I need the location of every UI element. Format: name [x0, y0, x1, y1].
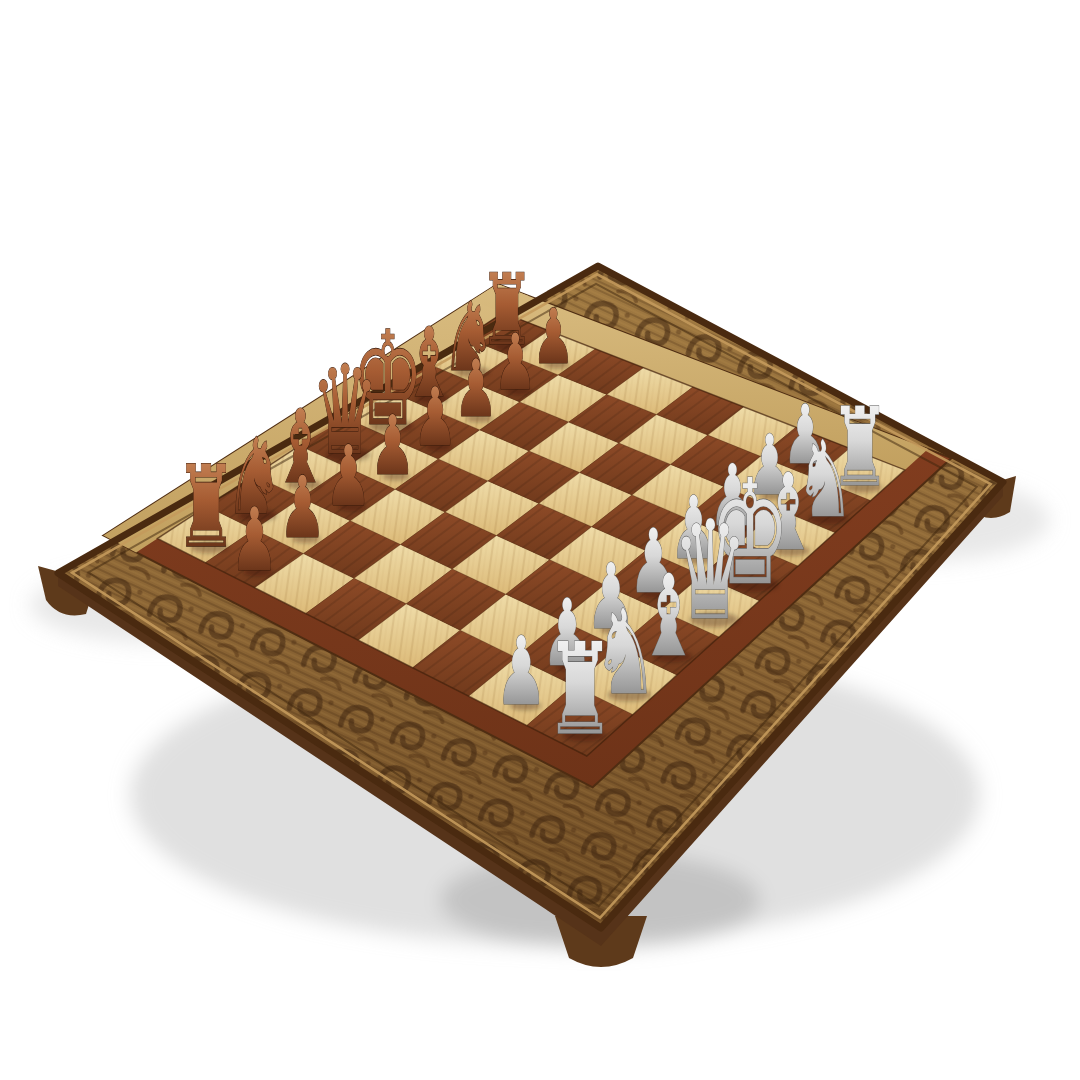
- black-pawn-c7: ♟: [325, 427, 372, 524]
- black-pawn-f7: ♟: [454, 343, 498, 434]
- black-pawn-h7: ♟: [532, 292, 574, 381]
- black-rook-a8: ♜: [175, 441, 238, 572]
- black-pawn-d7: ♟: [370, 398, 416, 493]
- black-pawn-e7: ♟: [413, 370, 458, 464]
- white-pawn-a2: ♟: [495, 616, 547, 727]
- white-rook-a1: ♜: [545, 616, 615, 763]
- chess-set-photo: ♜♟♞♟♝♟♚♟♛♟♟♝♜♟♟♞♞♟♟♜♝♟♟♚♟♛♟♝♟♞♟♜: [0, 0, 1080, 1080]
- black-pawn-g7: ♟: [494, 317, 537, 407]
- black-pawn-a7: ♟: [230, 489, 278, 590]
- black-pawn-b7: ♟: [279, 457, 326, 557]
- product-photo: ♜♟♞♟♝♟♚♟♛♟♟♝♜♟♟♞♞♟♟♜♝♟♟♚♟♛♟♝♟♞♟♜: [0, 0, 1080, 1080]
